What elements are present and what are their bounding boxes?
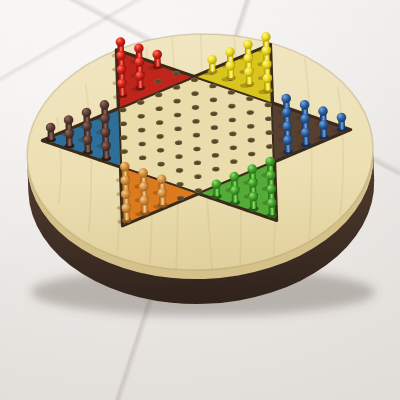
peg-head — [115, 37, 125, 47]
marble-background — [0, 0, 400, 400]
chinese-checkers-board-photo — [0, 0, 400, 400]
